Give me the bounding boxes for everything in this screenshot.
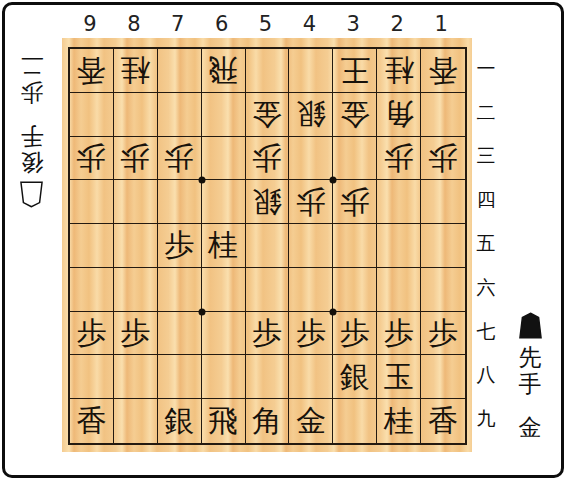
- piece-飛-sente: 飛: [208, 406, 238, 436]
- piece-金-gote: 金: [340, 99, 370, 129]
- square-28[interactable]: 玉: [377, 355, 421, 399]
- square-14[interactable]: [421, 180, 465, 224]
- square-71[interactable]: [158, 49, 202, 93]
- piece-飛-gote: 飛: [208, 55, 238, 85]
- square-67[interactable]: [202, 312, 246, 356]
- square-74[interactable]: [158, 180, 202, 224]
- rank-label-2: 二: [473, 91, 499, 135]
- piece-金-gote: 金: [252, 99, 282, 129]
- star-point: [330, 177, 337, 184]
- square-82[interactable]: [114, 93, 158, 137]
- sente-piece-icon: [518, 312, 543, 339]
- square-22[interactable]: 角: [377, 93, 421, 137]
- file-label-6: 6: [200, 11, 244, 37]
- sente-hand-display: 先手金: [512, 312, 548, 452]
- square-12[interactable]: [421, 93, 465, 137]
- rank-label-9: 九: [473, 397, 499, 441]
- square-66[interactable]: [202, 268, 246, 312]
- square-52[interactable]: 金: [246, 93, 290, 137]
- square-43[interactable]: [289, 137, 333, 181]
- piece-歩-gote: 歩: [252, 143, 282, 173]
- square-18[interactable]: [421, 355, 465, 399]
- square-47[interactable]: 歩: [289, 312, 333, 356]
- rank-label-1: 一: [473, 47, 499, 91]
- rank-label-8: 八: [473, 353, 499, 397]
- piece-銀-sente: 銀: [164, 406, 194, 436]
- square-42[interactable]: 銀: [289, 93, 333, 137]
- square-62[interactable]: [202, 93, 246, 137]
- square-79[interactable]: 銀: [158, 399, 202, 443]
- player-label-char: 先: [519, 344, 542, 371]
- player-label-char: 手: [519, 371, 542, 398]
- piece-歩-gote: 歩: [164, 143, 194, 173]
- piece-銀-gote: 銀: [252, 187, 282, 217]
- hand-piece-char[interactable]: 二: [21, 52, 44, 79]
- piece-歩-gote: 歩: [296, 187, 326, 217]
- square-32[interactable]: 金: [333, 93, 377, 137]
- piece-香-sente: 香: [428, 406, 458, 436]
- square-29[interactable]: 桂: [377, 399, 421, 443]
- square-46[interactable]: [289, 268, 333, 312]
- square-86[interactable]: [114, 268, 158, 312]
- piece-銀-gote: 銀: [296, 99, 326, 129]
- square-88[interactable]: [114, 355, 158, 399]
- piece-桂-gote: 桂: [120, 55, 150, 85]
- square-51[interactable]: [246, 49, 290, 93]
- square-36[interactable]: [333, 268, 377, 312]
- piece-歩-gote: 歩: [384, 143, 414, 173]
- square-99[interactable]: 香: [70, 399, 114, 443]
- file-label-9: 9: [68, 11, 112, 37]
- piece-歩-sente: 歩: [164, 230, 194, 260]
- file-label-3: 3: [331, 11, 375, 37]
- rank-label-3: 三: [473, 135, 499, 179]
- square-68[interactable]: [202, 355, 246, 399]
- square-72[interactable]: [158, 93, 202, 137]
- file-labels: 987654321: [68, 11, 463, 37]
- square-69[interactable]: 飛: [202, 399, 246, 443]
- square-61[interactable]: 飛: [202, 49, 246, 93]
- square-87[interactable]: 歩: [114, 312, 158, 356]
- square-76[interactable]: [158, 268, 202, 312]
- square-13[interactable]: 歩: [421, 137, 465, 181]
- square-44[interactable]: 歩: [289, 180, 333, 224]
- file-label-4: 4: [287, 11, 331, 37]
- square-77[interactable]: [158, 312, 202, 356]
- player-label-char: 手: [21, 122, 44, 149]
- piece-歩-sente: 歩: [384, 318, 414, 348]
- gote-hand-display: 後手歩二: [14, 44, 50, 208]
- piece-桂-gote: 桂: [384, 55, 414, 85]
- square-58[interactable]: [246, 355, 290, 399]
- square-16[interactable]: [421, 268, 465, 312]
- hand-piece-char[interactable]: 金: [519, 414, 542, 441]
- piece-玉-sente: 玉: [384, 362, 414, 392]
- square-35[interactable]: [333, 224, 377, 268]
- file-label-1: 1: [419, 11, 463, 37]
- piece-歩-gote: 歩: [76, 143, 106, 173]
- file-label-8: 8: [112, 11, 156, 37]
- star-point: [198, 308, 205, 315]
- piece-歩-gote: 歩: [428, 143, 458, 173]
- square-78[interactable]: [158, 355, 202, 399]
- file-label-7: 7: [156, 11, 200, 37]
- square-83[interactable]: 歩: [114, 137, 158, 181]
- rank-label-6: 六: [473, 266, 499, 310]
- square-11[interactable]: 香: [421, 49, 465, 93]
- square-96[interactable]: [70, 268, 114, 312]
- square-38[interactable]: 銀: [333, 355, 377, 399]
- square-24[interactable]: [377, 180, 421, 224]
- piece-歩-sente: 歩: [252, 318, 282, 348]
- piece-歩-sente: 歩: [296, 318, 326, 348]
- square-41[interactable]: [289, 49, 333, 93]
- piece-歩-sente: 歩: [428, 318, 458, 348]
- star-point: [198, 177, 205, 184]
- square-91[interactable]: 香: [70, 49, 114, 93]
- rank-label-5: 五: [473, 222, 499, 266]
- square-57[interactable]: 歩: [246, 312, 290, 356]
- square-33[interactable]: [333, 137, 377, 181]
- piece-角-gote: 角: [384, 99, 414, 129]
- square-73[interactable]: 歩: [158, 137, 202, 181]
- square-92[interactable]: [70, 93, 114, 137]
- square-19[interactable]: 香: [421, 399, 465, 443]
- square-15[interactable]: [421, 224, 465, 268]
- square-55[interactable]: [246, 224, 290, 268]
- piece-歩-sente: 歩: [120, 318, 150, 348]
- hand-piece-char[interactable]: 歩: [21, 79, 44, 106]
- piece-桂-sente: 桂: [208, 230, 238, 260]
- file-label-2: 2: [375, 11, 419, 37]
- square-39[interactable]: [333, 399, 377, 443]
- square-54[interactable]: 銀: [246, 180, 290, 224]
- piece-角-sente: 角: [252, 406, 282, 436]
- square-65[interactable]: 桂: [202, 224, 246, 268]
- square-23[interactable]: 歩: [377, 137, 421, 181]
- piece-歩-gote: 歩: [340, 187, 370, 217]
- square-94[interactable]: [70, 180, 114, 224]
- square-75[interactable]: 歩: [158, 224, 202, 268]
- piece-香-gote: 香: [76, 55, 106, 85]
- square-26[interactable]: [377, 268, 421, 312]
- square-27[interactable]: 歩: [377, 312, 421, 356]
- square-21[interactable]: 桂: [377, 49, 421, 93]
- square-95[interactable]: [70, 224, 114, 268]
- square-84[interactable]: [114, 180, 158, 224]
- piece-王-gote: 王: [340, 55, 370, 85]
- board-grid: 香桂飛王桂香金銀金角歩歩歩歩歩歩銀歩歩歩桂歩歩歩歩歩歩歩銀玉香銀飛角金桂香: [68, 47, 467, 445]
- square-31[interactable]: 王: [333, 49, 377, 93]
- rank-label-4: 四: [473, 178, 499, 222]
- piece-金-sente: 金: [296, 406, 326, 436]
- file-label-5: 5: [244, 11, 288, 37]
- square-48[interactable]: [289, 355, 333, 399]
- square-98[interactable]: [70, 355, 114, 399]
- square-25[interactable]: [377, 224, 421, 268]
- piece-銀-sente: 銀: [340, 362, 370, 392]
- square-97[interactable]: 歩: [70, 312, 114, 356]
- square-53[interactable]: 歩: [246, 137, 290, 181]
- piece-香-gote: 香: [428, 55, 458, 85]
- piece-桂-sente: 桂: [384, 406, 414, 436]
- square-49[interactable]: 金: [289, 399, 333, 443]
- square-63[interactable]: [202, 137, 246, 181]
- square-85[interactable]: [114, 224, 158, 268]
- piece-香-sente: 香: [76, 406, 106, 436]
- piece-歩-sente: 歩: [340, 318, 370, 348]
- square-89[interactable]: [114, 399, 158, 443]
- square-17[interactable]: 歩: [421, 312, 465, 356]
- rank-labels: 一二三四五六七八九: [473, 47, 499, 441]
- square-64[interactable]: [202, 180, 246, 224]
- piece-歩-sente: 歩: [76, 318, 106, 348]
- square-56[interactable]: [246, 268, 290, 312]
- square-81[interactable]: 桂: [114, 49, 158, 93]
- player-label-char: 後: [21, 149, 44, 176]
- piece-歩-gote: 歩: [120, 143, 150, 173]
- shogi-board: 香桂飛王桂香金銀金角歩歩歩歩歩歩銀歩歩歩桂歩歩歩歩歩歩歩銀玉香銀飛角金桂香: [62, 38, 472, 452]
- rank-label-7: 七: [473, 310, 499, 354]
- star-point: [330, 308, 337, 315]
- square-37[interactable]: 歩: [333, 312, 377, 356]
- square-59[interactable]: 角: [246, 399, 290, 443]
- square-45[interactable]: [289, 224, 333, 268]
- square-93[interactable]: 歩: [70, 137, 114, 181]
- square-34[interactable]: 歩: [333, 180, 377, 224]
- gote-piece-icon: [20, 181, 45, 208]
